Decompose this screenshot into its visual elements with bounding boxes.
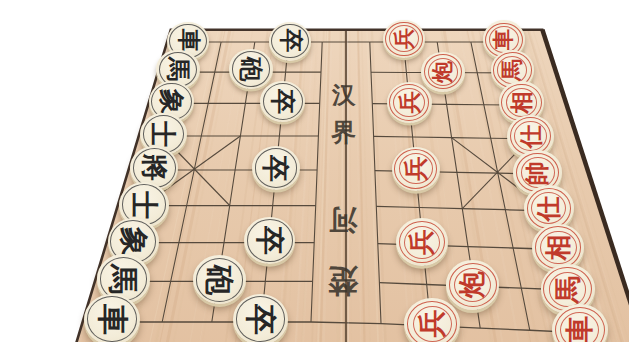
piece-character: 象 [119,227,148,256]
piece-character: 卒 [245,304,276,335]
piece-character: 卒 [262,155,289,182]
piece-black-soldier[interactable]: 卒 [233,294,288,342]
piece-character: 卒 [278,29,302,53]
piece-character: 馬 [108,264,138,294]
piece-black-chariot[interactable]: 車 [84,294,139,342]
piece-character: 相 [545,234,571,260]
piece-character: 卒 [270,89,295,114]
piece-red-soldier[interactable]: 兵 [383,20,425,59]
piece-character: 將 [141,154,168,181]
xiangqi-set-photo: 汉界河楚 車馬象士將士象馬車砲砲卒卒卒卒卒兵兵兵兵兵炮炮車馬相仕帥仕相馬車 [0,0,629,342]
river-label-jie: 界 [330,118,356,147]
piece-red-soldier[interactable]: 兵 [387,82,432,123]
piece-black-soldier[interactable]: 卒 [269,22,311,61]
piece-character: 象 [159,89,184,114]
piece-character: 兵 [409,229,435,255]
piece-character: 砲 [239,57,263,81]
piece-character: 相 [510,91,533,114]
piece-character: 卒 [255,226,284,255]
piece-character: 士 [150,121,176,147]
piece-red-cannon[interactable]: 炮 [446,260,500,310]
piece-character: 仕 [519,125,542,148]
piece-character: 車 [97,304,128,335]
piece-black-cannon[interactable]: 砲 [229,49,272,89]
river-label-he: 河 [329,204,358,237]
piece-character: 士 [130,191,158,219]
piece-character: 仕 [536,196,561,221]
piece-black-soldier[interactable]: 卒 [252,146,300,190]
piece-character: 炮 [459,271,486,298]
piece-character: 兵 [418,310,446,338]
river-label-han: 汉 [331,81,356,109]
piece-character: 兵 [398,91,421,114]
piece-red-elephant[interactable]: 相 [532,224,584,272]
piece-red-soldier[interactable]: 兵 [404,298,460,342]
piece-character: 兵 [404,157,428,181]
piece-character: 兵 [394,28,415,49]
piece-character: 車 [566,316,594,342]
piece-character: 砲 [204,265,234,295]
piece-character: 炮 [432,61,454,83]
piece-red-soldier[interactable]: 兵 [392,147,440,191]
piece-character: 馬 [166,57,190,81]
piece-character: 車 [493,29,514,50]
piece-red-cannon[interactable]: 炮 [421,52,465,92]
river-label-chu: 楚 [327,264,359,299]
piece-character: 馬 [501,59,523,81]
piece-character: 馬 [554,276,581,303]
piece-red-soldier[interactable]: 兵 [396,218,448,266]
piece-character: 帥 [525,161,549,185]
